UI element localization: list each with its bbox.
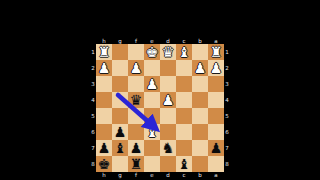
square-c7[interactable] — [176, 140, 192, 156]
square-h3[interactable] — [96, 76, 112, 92]
black-pawn-a7: ♟ — [208, 140, 224, 156]
square-a5[interactable] — [208, 108, 224, 124]
square-a4[interactable] — [208, 92, 224, 108]
square-e7[interactable] — [144, 140, 160, 156]
square-g5[interactable] — [112, 108, 128, 124]
rank-label-8: 8 — [224, 156, 230, 172]
white-king-e1: ♚ — [144, 44, 160, 60]
chess-board: hgfedcba 12345678 ♜♚♛♝♜♟♟♟♟♟♛♟♟♝♟♝♟♞♟♚♜♝… — [90, 38, 230, 178]
square-f7[interactable]: ♟ — [128, 140, 144, 156]
rank-label-1: 1 — [224, 44, 230, 60]
square-h7[interactable]: ♟ — [96, 140, 112, 156]
file-label-b: b — [192, 172, 208, 178]
square-c8[interactable]: ♝ — [176, 156, 192, 172]
square-b6[interactable] — [192, 124, 208, 140]
black-pawn-g6: ♟ — [112, 124, 128, 140]
square-g4[interactable] — [112, 92, 128, 108]
square-g7[interactable]: ♝ — [112, 140, 128, 156]
file-label-a: a — [208, 172, 224, 178]
square-e8[interactable] — [144, 156, 160, 172]
square-d1[interactable]: ♛ — [160, 44, 176, 60]
square-b8[interactable] — [192, 156, 208, 172]
square-h6[interactable] — [96, 124, 112, 140]
square-h4[interactable] — [96, 92, 112, 108]
black-queen-f4: ♛ — [128, 92, 144, 108]
square-c3[interactable] — [176, 76, 192, 92]
rank-label-4: 4 — [224, 92, 230, 108]
black-king-h8: ♚ — [96, 156, 112, 172]
square-a2[interactable]: ♟ — [208, 60, 224, 76]
square-h2[interactable]: ♟ — [96, 60, 112, 76]
square-c4[interactable] — [176, 92, 192, 108]
black-pawn-f7: ♟ — [128, 140, 144, 156]
square-g1[interactable] — [112, 44, 128, 60]
square-b1[interactable] — [192, 44, 208, 60]
white-pawn-f2: ♟ — [128, 60, 144, 76]
file-label-d: d — [160, 172, 176, 178]
white-pawn-e3: ♟ — [144, 76, 160, 92]
black-knight-d7: ♞ — [160, 140, 176, 156]
square-f8[interactable]: ♜ — [128, 156, 144, 172]
white-bishop-c1: ♝ — [176, 44, 192, 60]
square-e3[interactable]: ♟ — [144, 76, 160, 92]
square-d6[interactable] — [160, 124, 176, 140]
square-b5[interactable] — [192, 108, 208, 124]
square-b4[interactable] — [192, 92, 208, 108]
square-f4[interactable]: ♛ — [128, 92, 144, 108]
black-bishop-c8: ♝ — [176, 156, 192, 172]
rank-label-3: 3 — [224, 76, 230, 92]
square-d5[interactable] — [160, 108, 176, 124]
black-bishop-g7: ♝ — [112, 140, 128, 156]
white-pawn-b2: ♟ — [192, 60, 208, 76]
square-c2[interactable] — [176, 60, 192, 76]
square-a6[interactable] — [208, 124, 224, 140]
square-c1[interactable]: ♝ — [176, 44, 192, 60]
square-b2[interactable]: ♟ — [192, 60, 208, 76]
square-e6[interactable]: ♝ — [144, 124, 160, 140]
file-labels-bottom: hgfedcba — [96, 172, 224, 178]
square-b3[interactable] — [192, 76, 208, 92]
white-pawn-a2: ♟ — [208, 60, 224, 76]
square-h1[interactable]: ♜ — [96, 44, 112, 60]
white-rook-h1: ♜ — [96, 44, 112, 60]
file-label-e: e — [144, 172, 160, 178]
square-g3[interactable] — [112, 76, 128, 92]
square-d2[interactable] — [160, 60, 176, 76]
white-rook-a1: ♜ — [208, 44, 224, 60]
file-label-g: g — [112, 172, 128, 178]
square-d7[interactable]: ♞ — [160, 140, 176, 156]
board-grid: ♜♚♛♝♜♟♟♟♟♟♛♟♟♝♟♝♟♞♟♚♜♝ — [96, 44, 224, 172]
black-pawn-h7: ♟ — [96, 140, 112, 156]
white-queen-d1: ♛ — [160, 44, 176, 60]
black-rook-f8: ♜ — [128, 156, 144, 172]
white-pawn-d4: ♟ — [160, 92, 176, 108]
square-f5[interactable] — [128, 108, 144, 124]
square-h8[interactable]: ♚ — [96, 156, 112, 172]
screenshot-root: hgfedcba 12345678 ♜♚♛♝♜♟♟♟♟♟♛♟♟♝♟♝♟♞♟♚♜♝… — [0, 0, 320, 180]
square-a8[interactable] — [208, 156, 224, 172]
square-f3[interactable] — [128, 76, 144, 92]
square-d4[interactable]: ♟ — [160, 92, 176, 108]
square-c6[interactable] — [176, 124, 192, 140]
square-g6[interactable]: ♟ — [112, 124, 128, 140]
white-pawn-h2: ♟ — [96, 60, 112, 76]
square-g2[interactable] — [112, 60, 128, 76]
square-e4[interactable] — [144, 92, 160, 108]
rank-label-5: 5 — [224, 108, 230, 124]
square-f1[interactable] — [128, 44, 144, 60]
square-g8[interactable] — [112, 156, 128, 172]
square-f2[interactable]: ♟ — [128, 60, 144, 76]
square-c5[interactable] — [176, 108, 192, 124]
square-b7[interactable] — [192, 140, 208, 156]
rank-label-6: 6 — [224, 124, 230, 140]
square-a1[interactable]: ♜ — [208, 44, 224, 60]
square-a7[interactable]: ♟ — [208, 140, 224, 156]
square-d8[interactable] — [160, 156, 176, 172]
rank-label-2: 2 — [224, 60, 230, 76]
rank-label-7: 7 — [224, 140, 230, 156]
square-h5[interactable] — [96, 108, 112, 124]
square-f6[interactable] — [128, 124, 144, 140]
white-bishop-e6: ♝ — [144, 124, 160, 140]
file-label-h: h — [96, 172, 112, 178]
file-label-c: c — [176, 172, 192, 178]
file-label-f: f — [128, 172, 144, 178]
square-e2[interactable] — [144, 60, 160, 76]
square-d3[interactable] — [160, 76, 176, 92]
rank-labels-right: 12345678 — [224, 44, 230, 172]
square-a3[interactable] — [208, 76, 224, 92]
square-e1[interactable]: ♚ — [144, 44, 160, 60]
square-e5[interactable] — [144, 108, 160, 124]
